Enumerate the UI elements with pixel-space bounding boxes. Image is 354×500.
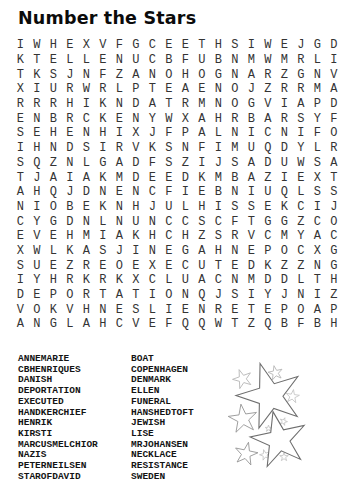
grid-cell: E: [111, 302, 128, 317]
grid-cell: Q: [45, 185, 62, 200]
grid-cell: U: [243, 141, 260, 156]
grid-cell: J: [144, 200, 161, 215]
grid-cell: A: [243, 170, 260, 185]
grid-cell: C: [177, 214, 194, 229]
grid-cell: N: [227, 273, 244, 288]
grid-cell: A: [45, 170, 62, 185]
grid-cell: T: [12, 170, 29, 185]
grid-cell: N: [12, 200, 29, 215]
grid-cell: I: [62, 170, 79, 185]
grid-cell: I: [243, 185, 260, 200]
grid-cell: E: [194, 82, 211, 97]
grid-cell: N: [128, 111, 145, 126]
grid-cell: R: [95, 82, 112, 97]
grid-cell: K: [29, 67, 46, 82]
grid-cell: H: [326, 317, 343, 332]
grid-cell: A: [111, 156, 128, 171]
grid-cell: R: [62, 273, 79, 288]
grid-cell: E: [177, 302, 194, 317]
grid-cell: P: [128, 82, 145, 97]
grid-cell: A: [194, 126, 211, 141]
grid-cell: K: [45, 302, 62, 317]
grid-cell: E: [161, 38, 178, 53]
grid-cell: X: [128, 273, 145, 288]
grid-cell: E: [276, 38, 293, 53]
grid-cell: G: [128, 38, 145, 53]
grid-cell: H: [29, 141, 46, 156]
grid-cell: Y: [309, 111, 326, 126]
grid-cell: I: [326, 53, 343, 68]
grid-cell: B: [309, 317, 326, 332]
grid-cell: Z: [293, 258, 310, 273]
grid-cell: S: [12, 156, 29, 171]
grid-cell: I: [111, 126, 128, 141]
grid-cell: I: [210, 141, 227, 156]
grid-cell: C: [144, 38, 161, 53]
grid-cell: C: [12, 214, 29, 229]
grid-cell: P: [177, 126, 194, 141]
word-list-left: ANNEMARIECBHENRIQUESDANISHDEPORTATIONEXE…: [18, 354, 98, 482]
grid-cell: U: [161, 200, 178, 215]
grid-cell: E: [144, 170, 161, 185]
grid-cell: F: [326, 111, 343, 126]
grid-cell: Z: [293, 214, 310, 229]
grid-cell: I: [144, 288, 161, 303]
grid-cell: T: [243, 214, 260, 229]
grid-cell: N: [62, 156, 79, 171]
grid-cell: E: [161, 82, 178, 97]
grid-cell: E: [227, 258, 244, 273]
grid-cell: N: [227, 185, 244, 200]
grid-cell: N: [128, 185, 145, 200]
grid-cell: N: [78, 67, 95, 82]
grid-cell: D: [78, 185, 95, 200]
grid-cell: D: [326, 97, 343, 112]
grid-cell: C: [260, 229, 277, 244]
grid-cell: R: [326, 141, 343, 156]
grid-cell: X: [144, 258, 161, 273]
grid-cell: V: [95, 38, 112, 53]
grid-cell: E: [29, 288, 46, 303]
grid-cell: R: [95, 273, 112, 288]
grid-cell: T: [128, 288, 145, 303]
grid-cell: T: [161, 97, 178, 112]
grid-cell: S: [227, 288, 244, 303]
grid-cell: R: [78, 258, 95, 273]
grid-cell: E: [111, 111, 128, 126]
grid-cell: M: [210, 170, 227, 185]
grid-cell: T: [227, 317, 244, 332]
grid-cell: Y: [293, 141, 310, 156]
grid-cell: F: [111, 38, 128, 53]
grid-cell: S: [227, 38, 244, 53]
grid-cell: H: [95, 317, 112, 332]
grid-cell: S: [161, 156, 178, 171]
grid-cell: E: [161, 170, 178, 185]
grid-cell: F: [144, 156, 161, 171]
grid-cell: L: [62, 53, 79, 68]
grid-cell: B: [276, 317, 293, 332]
grid-cell: N: [210, 82, 227, 97]
grid-cell: G: [243, 97, 260, 112]
grid-cell: E: [260, 200, 277, 215]
grid-cell: J: [293, 38, 310, 53]
grid-cell: T: [144, 82, 161, 97]
grid-cell: C: [144, 273, 161, 288]
grid-cell: K: [144, 141, 161, 156]
grid-cell: E: [128, 258, 145, 273]
grid-cell: O: [62, 288, 79, 303]
grid-cell: O: [45, 200, 62, 215]
grid-cell: H: [29, 185, 46, 200]
grid-cell: B: [45, 111, 62, 126]
grid-cell: B: [243, 111, 260, 126]
grid-cell: L: [111, 82, 128, 97]
grid-cell: N: [111, 53, 128, 68]
grid-cell: P: [276, 302, 293, 317]
grid-cell: J: [62, 67, 79, 82]
grid-cell: T: [12, 67, 29, 82]
grid-cell: Q: [177, 317, 194, 332]
worksheet-page: Number the Stars IWHEXVFGCEETHSIWEJGDKTE…: [0, 0, 354, 500]
grid-cell: N: [177, 288, 194, 303]
grid-cell: A: [78, 317, 95, 332]
grid-cell: H: [78, 302, 95, 317]
grid-cell: F: [293, 317, 310, 332]
grid-cell: M: [194, 97, 211, 112]
grid-cell: E: [144, 317, 161, 332]
grid-cell: A: [144, 97, 161, 112]
grid-cell: G: [326, 244, 343, 259]
grid-cell: N: [227, 67, 244, 82]
grid-cell: C: [293, 200, 310, 215]
grid-cell: A: [243, 67, 260, 82]
grid-cell: F: [194, 141, 211, 156]
grid-cell: M: [78, 229, 95, 244]
grid-cell: F: [309, 126, 326, 141]
grid-cell: U: [194, 258, 211, 273]
grid-cell: N: [227, 126, 244, 141]
grid-cell: N: [227, 244, 244, 259]
grid-cell: R: [293, 82, 310, 97]
grid-cell: O: [161, 67, 178, 82]
grid-cell: T: [326, 170, 343, 185]
grid-cell: Y: [29, 273, 46, 288]
grid-cell: A: [128, 67, 145, 82]
grid-cell: Z: [194, 229, 211, 244]
grid-cell: M: [243, 53, 260, 68]
grid-cell: B: [62, 200, 79, 215]
grid-cell: M: [243, 273, 260, 288]
grid-cell: R: [260, 67, 277, 82]
grid-cell: O: [293, 302, 310, 317]
grid-cell: V: [128, 317, 145, 332]
grid-cell: Z: [260, 170, 277, 185]
grid-cell: E: [161, 244, 178, 259]
star-icon: [246, 406, 311, 469]
grid-cell: G: [309, 38, 326, 53]
grid-cell: S: [194, 214, 211, 229]
star-icon: [227, 402, 259, 433]
grid-cell: K: [95, 200, 112, 215]
grid-cell: I: [95, 229, 112, 244]
grid-cell: E: [194, 185, 211, 200]
grid-cell: Z: [276, 258, 293, 273]
grid-cell: B: [210, 185, 227, 200]
grid-cell: Y: [260, 288, 277, 303]
grid-cell: E: [260, 302, 277, 317]
grid-cell: L: [177, 200, 194, 215]
grid-cell: W: [161, 111, 178, 126]
grid-cell: D: [243, 258, 260, 273]
grid-cell: U: [260, 185, 277, 200]
grid-cell: L: [78, 53, 95, 68]
grid-cell: H: [210, 111, 227, 126]
grid-cell: G: [45, 214, 62, 229]
grid-cell: C: [111, 317, 128, 332]
grid-cell: J: [326, 200, 343, 215]
grid-cell: N: [29, 111, 46, 126]
grid-cell: U: [45, 82, 62, 97]
word-list-item: STAROFDAVID: [18, 472, 98, 483]
grid-cell: P: [45, 288, 62, 303]
grid-cell: N: [144, 244, 161, 259]
grid-cell: Z: [276, 67, 293, 82]
grid-cell: N: [111, 200, 128, 215]
grid-cell: C: [293, 244, 310, 259]
grid-cell: A: [194, 244, 211, 259]
grid-cell: T: [194, 38, 211, 53]
grid-cell: R: [227, 111, 244, 126]
grid-cell: C: [260, 126, 277, 141]
grid-cell: U: [194, 53, 211, 68]
grid-cell: S: [210, 229, 227, 244]
grid-cell: B: [161, 53, 178, 68]
grid-cell: N: [78, 214, 95, 229]
grid-cell: I: [243, 38, 260, 53]
grid-cell: D: [326, 38, 343, 53]
grid-cell: C: [210, 273, 227, 288]
grid-cell: C: [161, 214, 178, 229]
grid-cell: N: [309, 258, 326, 273]
grid-cell: S: [227, 200, 244, 215]
grid-cell: C: [78, 111, 95, 126]
grid-cell: V: [29, 229, 46, 244]
grid-cell: J: [276, 288, 293, 303]
grid-cell: S: [45, 67, 62, 82]
grid-cell: J: [210, 156, 227, 171]
grid-cell: F: [95, 67, 112, 82]
grid-cell: D: [260, 273, 277, 288]
grid-cell: V: [260, 97, 277, 112]
grid-cell: H: [45, 126, 62, 141]
grid-cell: S: [12, 258, 29, 273]
grid-cell: N: [45, 141, 62, 156]
grid-cell: J: [111, 244, 128, 259]
grid-cell: A: [111, 288, 128, 303]
grid-cell: S: [12, 126, 29, 141]
grid-cell: D: [62, 141, 79, 156]
grid-cell: O: [29, 302, 46, 317]
grid-cell: N: [111, 97, 128, 112]
grid-cell: Q: [260, 317, 277, 332]
grid-cell: D: [128, 156, 145, 171]
grid-cell: N: [177, 141, 194, 156]
grid-cell: D: [62, 214, 79, 229]
grid-cell: D: [260, 156, 277, 171]
grid-cell: R: [78, 288, 95, 303]
grid-cell: X: [128, 126, 145, 141]
grid-cell: L: [309, 141, 326, 156]
grid-cell: H: [194, 200, 211, 215]
grid-cell: L: [78, 156, 95, 171]
grid-cell: E: [12, 229, 29, 244]
grid-cell: I: [243, 288, 260, 303]
grid-cell: Y: [29, 214, 46, 229]
grid-cell: E: [78, 200, 95, 215]
grid-cell: T: [29, 53, 46, 68]
grid-cell: I: [95, 141, 112, 156]
grid-cell: L: [210, 126, 227, 141]
star-icon: [233, 440, 260, 466]
grid-cell: S: [78, 141, 95, 156]
grid-cell: A: [260, 111, 277, 126]
stars-decoration: [222, 356, 354, 500]
grid-cell: I: [293, 126, 310, 141]
grid-cell: Q: [194, 317, 211, 332]
grid-cell: A: [177, 82, 194, 97]
grid-cell: I: [29, 200, 46, 215]
grid-cell: O: [111, 258, 128, 273]
grid-cell: R: [45, 97, 62, 112]
grid-cell: P: [309, 97, 326, 112]
grid-cell: H: [62, 229, 79, 244]
grid-cell: I: [276, 170, 293, 185]
grid-cell: K: [276, 200, 293, 215]
grid-cell: C: [210, 214, 227, 229]
grid-cell: G: [210, 67, 227, 82]
grid-cell: J: [29, 170, 46, 185]
grid-cell: D: [128, 170, 145, 185]
grid-cell: Q: [29, 156, 46, 171]
grid-cell: W: [210, 317, 227, 332]
grid-cell: V: [12, 302, 29, 317]
grid-cell: G: [326, 258, 343, 273]
grid-cell: M: [276, 229, 293, 244]
grid-cell: E: [45, 53, 62, 68]
grid-cell: L: [293, 273, 310, 288]
grid-cell: Z: [326, 288, 343, 303]
grid-cell: E: [111, 185, 128, 200]
grid-cell: H: [210, 244, 227, 259]
grid-cell: S: [309, 156, 326, 171]
grid-cell: N: [95, 185, 112, 200]
grid-cell: D: [12, 288, 29, 303]
grid-cell: O: [161, 288, 178, 303]
grid-cell: Q: [194, 288, 211, 303]
grid-cell: V: [326, 67, 343, 82]
grid-cell: E: [177, 38, 194, 53]
grid-cell: N: [78, 126, 95, 141]
grid-cell: E: [95, 258, 112, 273]
grid-cell: W: [78, 82, 95, 97]
grid-cell: S: [243, 200, 260, 215]
grid-cell: J: [243, 82, 260, 97]
grid-cell: E: [12, 111, 29, 126]
grid-cell: E: [62, 38, 79, 53]
grid-cell: A: [326, 82, 343, 97]
grid-cell: Q: [260, 141, 277, 156]
grid-cell: I: [128, 244, 145, 259]
grid-cell: D: [128, 97, 145, 112]
grid-cell: L: [45, 244, 62, 259]
grid-cell: F: [227, 214, 244, 229]
grid-cell: K: [95, 170, 112, 185]
grid-cell: Z: [243, 317, 260, 332]
grid-cell: X: [309, 244, 326, 259]
grid-cell: Y: [144, 111, 161, 126]
grid-cell: A: [78, 244, 95, 259]
grid-cell: A: [309, 229, 326, 244]
grid-cell: N: [293, 288, 310, 303]
grid-cell: G: [276, 214, 293, 229]
grid-cell: R: [62, 111, 79, 126]
grid-cell: C: [144, 53, 161, 68]
grid-cell: R: [29, 97, 46, 112]
grid-cell: G: [177, 244, 194, 259]
grid-cell: E: [62, 126, 79, 141]
grid-cell: A: [293, 97, 310, 112]
grid-cell: C: [309, 214, 326, 229]
grid-cell: A: [194, 273, 211, 288]
grid-cell: K: [12, 53, 29, 68]
grid-cell: O: [227, 82, 244, 97]
grid-cell: W: [260, 53, 277, 68]
grid-cell: N: [227, 53, 244, 68]
grid-cell: T: [309, 273, 326, 288]
grid-cell: K: [128, 229, 145, 244]
grid-cell: I: [276, 97, 293, 112]
grid-cell: H: [45, 273, 62, 288]
grid-cell: L: [62, 317, 79, 332]
page-title: Number the Stars: [18, 8, 196, 28]
grid-cell: E: [293, 170, 310, 185]
grid-cell: R: [227, 229, 244, 244]
grid-cell: S: [326, 185, 343, 200]
grid-cell: S: [95, 244, 112, 259]
grid-cell: U: [128, 53, 145, 68]
grid-cell: W: [260, 38, 277, 53]
grid-cell: R: [62, 82, 79, 97]
grid-cell: A: [12, 317, 29, 332]
grid-cell: R: [293, 53, 310, 68]
letter-grid: IWHEXVFGCEETHSIWEJGDKTELLENUCBFUBNMWMRLI…: [12, 38, 342, 332]
grid-cell: A: [111, 229, 128, 244]
grid-cell: I: [194, 156, 211, 171]
grid-cell: D: [177, 170, 194, 185]
grid-cell: X: [78, 38, 95, 53]
grid-cell: X: [12, 82, 29, 97]
grid-cell: T: [243, 302, 260, 317]
grid-cell: F: [177, 53, 194, 68]
grid-cell: H: [128, 200, 145, 215]
grid-cell: K: [194, 170, 211, 185]
grid-cell: I: [78, 97, 95, 112]
grid-cell: I: [177, 185, 194, 200]
grid-cell: S: [293, 111, 310, 126]
grid-cell: P: [326, 302, 343, 317]
grid-cell: R: [177, 97, 194, 112]
